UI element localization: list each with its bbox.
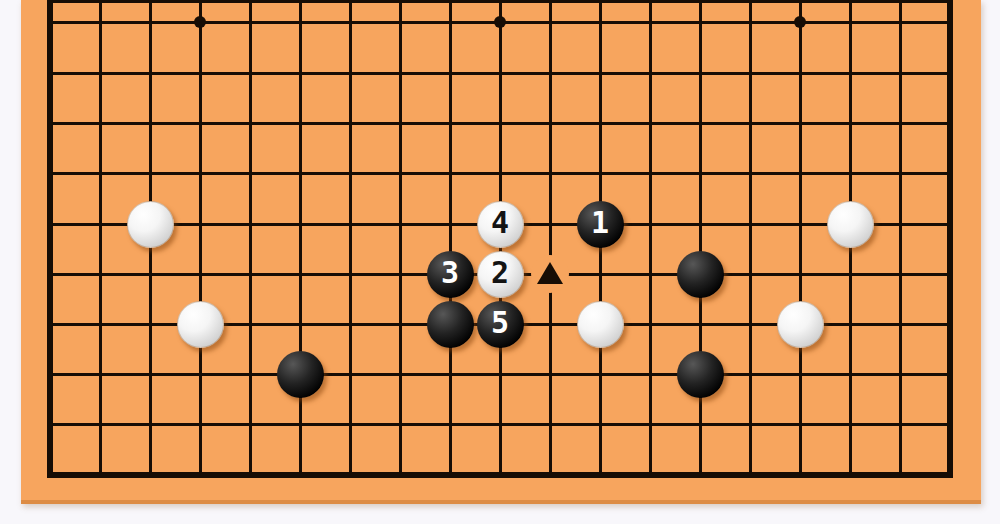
white-stone-move-2: 2	[477, 251, 524, 298]
stones-layer: 41325	[21, 0, 981, 504]
black-stone	[677, 351, 724, 398]
white-stone	[827, 201, 874, 248]
stone-move-number: 5	[491, 308, 509, 338]
white-stone-move-4: 4	[477, 201, 524, 248]
stone-move-number: 3	[441, 258, 459, 288]
white-stone	[177, 301, 224, 348]
black-stone-move-3: 3	[427, 251, 474, 298]
go-board: 41325	[21, 0, 981, 504]
stone-move-number: 2	[491, 258, 509, 288]
stone-move-number: 4	[491, 208, 509, 238]
white-stone	[577, 301, 624, 348]
black-stone	[277, 351, 324, 398]
black-stone	[677, 251, 724, 298]
black-stone-move-1: 1	[577, 201, 624, 248]
page-background: 41325	[0, 0, 1000, 524]
stone-move-number: 1	[591, 208, 609, 238]
black-stone-move-5: 5	[477, 301, 524, 348]
white-stone	[127, 201, 174, 248]
white-stone	[777, 301, 824, 348]
black-stone	[427, 301, 474, 348]
